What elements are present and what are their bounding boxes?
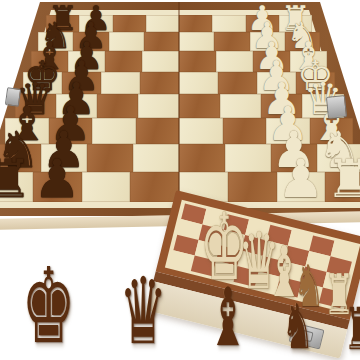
board-square <box>140 72 179 94</box>
piece-black-rook: ♜ <box>0 152 32 205</box>
board-square <box>105 51 142 72</box>
board-square <box>92 118 136 144</box>
display-piece-king: ♚ <box>22 254 76 358</box>
display-piece-rook: ♜ <box>344 300 360 358</box>
display-piece-knight: ♞ <box>282 296 314 358</box>
left-clasp-icon <box>5 87 21 107</box>
board-square <box>223 118 267 144</box>
piece-white-rook: ♜ <box>326 152 360 205</box>
board-square <box>142 51 179 72</box>
board-square <box>113 15 146 32</box>
board-square <box>179 94 220 118</box>
board-square <box>109 32 144 51</box>
piece-white-pawn: ♟ <box>277 152 325 205</box>
display-piece-queen: ♛ <box>120 266 168 358</box>
board-square: ♟ <box>277 172 326 202</box>
board-square <box>87 144 133 172</box>
chess-set-product-photo: ♜♟♟♜♞♟♟♞♝♟♟♝♚♟♟♚♛♟♟♛♝♟♟♝♞♟♟♞♜♟♟♜ ♚♛♝♞♜ ♚… <box>0 0 360 360</box>
board-square: ♜ <box>325 172 360 202</box>
board-square <box>179 72 218 94</box>
board-square <box>101 72 140 94</box>
board-square <box>130 172 179 202</box>
board-square <box>97 94 138 118</box>
board-squares: ♜♟♟♜♞♟♟♞♝♟♟♝♚♟♟♚♛♟♟♛♝♟♟♝♞♟♟♞♜♟♟♜ <box>0 15 360 202</box>
board-square <box>146 15 179 32</box>
board-square: ♟ <box>33 172 82 202</box>
piece-black-pawn: ♟ <box>33 152 81 205</box>
board-square <box>214 32 249 51</box>
board-square <box>82 172 131 202</box>
board-square <box>179 15 212 32</box>
right-clasp-icon <box>326 95 347 119</box>
board-square <box>225 144 271 172</box>
board-fold-line <box>178 2 180 216</box>
board-square <box>144 32 179 51</box>
board-square <box>218 72 257 94</box>
board-square <box>133 144 179 172</box>
board-square <box>212 15 245 32</box>
board-square <box>216 51 253 72</box>
display-piece-bishop: ♝ <box>207 278 249 358</box>
board-square <box>179 144 225 172</box>
foreground-display-pieces: ♚♛♝♞♜♟ <box>2 254 302 358</box>
board-square: ♜ <box>0 172 33 202</box>
board-square <box>179 118 223 144</box>
board-square <box>179 32 214 51</box>
board-square <box>138 94 179 118</box>
board-square <box>136 118 180 144</box>
board-square <box>179 51 216 72</box>
board-square <box>220 94 261 118</box>
